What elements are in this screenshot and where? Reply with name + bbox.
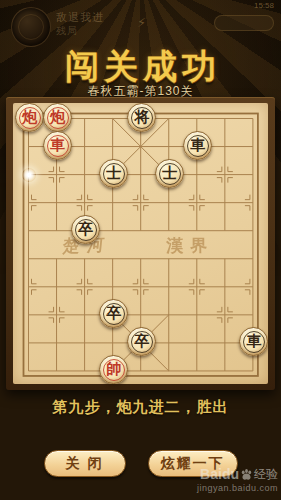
piece-character: 卒	[134, 334, 149, 349]
avatar[interactable]	[11, 7, 51, 47]
piece-character: 士	[106, 166, 121, 181]
piece-red-炮[interactable]: 炮	[43, 103, 72, 132]
solution-text: 第九步，炮九进二，胜出	[0, 398, 281, 417]
piece-character: 士	[162, 166, 177, 181]
close-button[interactable]: 关 闭	[44, 450, 126, 477]
lightning-icon: ⚡	[137, 15, 146, 30]
screen: 15:58 敌退我进 残局 ⚡ 闯关成功 春秋五霸-第130关 楚河 漢界 炮炮…	[0, 0, 281, 500]
status-time: 15:58	[254, 1, 274, 10]
watermark-url: jingyan.baidu.com	[197, 481, 278, 495]
background-label-line1: 敌退我进	[56, 11, 104, 24]
piece-character: 卒	[78, 222, 93, 237]
piece-character: 車	[50, 138, 65, 153]
button-row: 关 闭 炫耀一下	[0, 450, 281, 477]
river-label-right: 漢界	[166, 234, 214, 257]
show-off-button[interactable]: 炫耀一下	[148, 450, 238, 477]
piece-red-車[interactable]: 車	[43, 131, 72, 160]
background-level-label: 敌退我进 残局	[56, 11, 104, 37]
piece-character: 炮	[50, 110, 65, 125]
piece-character: 将	[134, 110, 149, 125]
background-label-line2: 残局	[56, 24, 104, 37]
piece-character: 炮	[22, 110, 37, 125]
last-move-origin-marker	[22, 168, 36, 182]
piece-red-炮[interactable]: 炮	[15, 103, 44, 132]
piece-character: 卒	[106, 306, 121, 321]
piece-character: 車	[246, 334, 261, 349]
board-frame: 楚河 漢界 炮炮将車車士士卒卒卒車帥	[6, 97, 275, 390]
xiangqi-board: 楚河 漢界 炮炮将車車士士卒卒卒車帥	[13, 103, 268, 384]
piece-black-将[interactable]: 将	[127, 103, 156, 132]
dimmed-pill-button[interactable]	[214, 15, 274, 31]
piece-character: 車	[190, 138, 205, 153]
piece-character: 帥	[106, 362, 121, 377]
